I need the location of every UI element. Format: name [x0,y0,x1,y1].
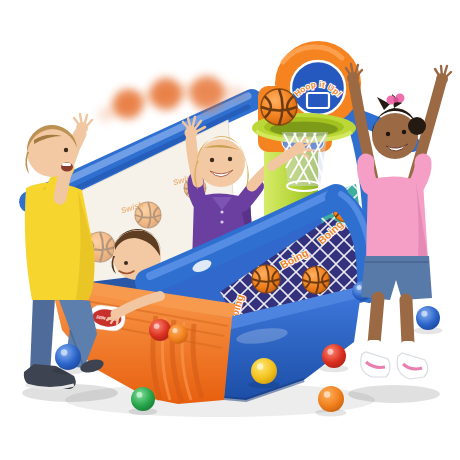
ball-red [322,344,346,368]
scene-illustration: Swish Swish Swish [0,0,460,460]
basketball-on-rim [261,89,297,125]
ball-green [131,387,155,411]
ball-blue [416,306,440,330]
product-photo: Swish Swish Swish [0,0,460,460]
ball-red [149,319,171,341]
ball-orange [168,324,188,344]
ball-yellow [251,358,277,384]
ball-blue [55,344,81,370]
ball-orange [318,386,344,412]
